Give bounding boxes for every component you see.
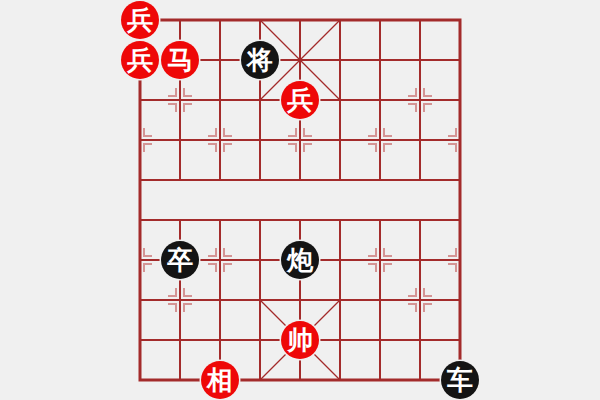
red-elephant[interactable]: 相 xyxy=(201,361,239,399)
black-chariot[interactable]: 车 xyxy=(441,361,479,399)
black-general[interactable]: 将 xyxy=(241,41,279,79)
xiangqi-board: 兵兵马将兵卒炮帅相车 xyxy=(0,0,600,400)
red-soldier-b[interactable]: 兵 xyxy=(121,41,159,79)
black-soldier[interactable]: 卒 xyxy=(161,241,199,279)
red-soldier-c[interactable]: 兵 xyxy=(281,81,319,119)
red-general[interactable]: 帅 xyxy=(281,321,319,359)
red-horse[interactable]: 马 xyxy=(161,41,199,79)
pieces-layer: 兵兵马将兵卒炮帅相车 xyxy=(120,0,480,400)
black-cannon[interactable]: 炮 xyxy=(281,241,319,279)
red-soldier-a[interactable]: 兵 xyxy=(121,1,159,39)
